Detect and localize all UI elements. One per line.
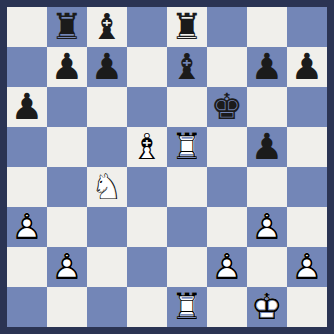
- white-pawn[interactable]: ♟︎♙︎: [287, 247, 327, 287]
- square-f5[interactable]: [207, 127, 247, 167]
- square-b4[interactable]: [47, 167, 87, 207]
- square-h1[interactable]: [287, 287, 327, 327]
- white-king[interactable]: ♚︎♔︎: [247, 287, 287, 327]
- knight-outline-glyph: ♘︎: [87, 167, 127, 207]
- pawn-outline-glyph: ♙︎: [7, 207, 47, 247]
- black-king[interactable]: ♚︎: [207, 87, 247, 127]
- square-h8[interactable]: [287, 7, 327, 47]
- pawn-glyph: ♟︎: [7, 87, 47, 127]
- square-b2[interactable]: ♟︎♙︎: [47, 247, 87, 287]
- square-c5[interactable]: [87, 127, 127, 167]
- pawn-outline-glyph: ♙︎: [287, 247, 327, 287]
- square-a5[interactable]: [7, 127, 47, 167]
- white-knight[interactable]: ♞︎♘︎: [87, 167, 127, 207]
- bishop-outline-glyph: ♗︎: [127, 127, 167, 167]
- black-pawn[interactable]: ♟︎: [87, 47, 127, 87]
- pawn-glyph: ♟︎: [47, 47, 87, 87]
- pawn-glyph: ♟︎: [247, 127, 287, 167]
- rook-outline-glyph: ♖︎: [167, 127, 207, 167]
- square-h2[interactable]: ♟︎♙︎: [287, 247, 327, 287]
- square-d5[interactable]: ♝︎♗︎: [127, 127, 167, 167]
- square-e1[interactable]: ♜︎♖︎: [167, 287, 207, 327]
- square-f3[interactable]: [207, 207, 247, 247]
- square-e3[interactable]: [167, 207, 207, 247]
- square-g4[interactable]: [247, 167, 287, 207]
- square-e2[interactable]: [167, 247, 207, 287]
- white-bishop[interactable]: ♝︎♗︎: [127, 127, 167, 167]
- king-glyph: ♚︎: [207, 87, 247, 127]
- square-g7[interactable]: ♟︎: [247, 47, 287, 87]
- square-e7[interactable]: ♝︎: [167, 47, 207, 87]
- square-f6[interactable]: ♚︎: [207, 87, 247, 127]
- square-a2[interactable]: [7, 247, 47, 287]
- pawn-glyph: ♟︎: [247, 47, 287, 87]
- square-h3[interactable]: [287, 207, 327, 247]
- square-a4[interactable]: [7, 167, 47, 207]
- square-g5[interactable]: ♟︎: [247, 127, 287, 167]
- bishop-glyph: ♝︎: [167, 47, 207, 87]
- square-c3[interactable]: [87, 207, 127, 247]
- square-f7[interactable]: [207, 47, 247, 87]
- board-grid: ♜︎♝︎♜︎♟︎♟︎♝︎♟︎♟︎♟︎♚︎♝︎♗︎♜︎♖︎♟︎♞︎♘︎♟︎♙︎♟︎…: [7, 7, 327, 327]
- square-e5[interactable]: ♜︎♖︎: [167, 127, 207, 167]
- square-a1[interactable]: [7, 287, 47, 327]
- square-c4[interactable]: ♞︎♘︎: [87, 167, 127, 207]
- pawn-glyph: ♟︎: [287, 47, 327, 87]
- square-b5[interactable]: [47, 127, 87, 167]
- square-g3[interactable]: ♟︎♙︎: [247, 207, 287, 247]
- square-a6[interactable]: ♟︎: [7, 87, 47, 127]
- square-a7[interactable]: [7, 47, 47, 87]
- square-c7[interactable]: ♟︎: [87, 47, 127, 87]
- white-pawn[interactable]: ♟︎♙︎: [7, 207, 47, 247]
- square-d3[interactable]: [127, 207, 167, 247]
- square-e6[interactable]: [167, 87, 207, 127]
- black-pawn[interactable]: ♟︎: [247, 127, 287, 167]
- square-e4[interactable]: [167, 167, 207, 207]
- rook-outline-glyph: ♖︎: [167, 287, 207, 327]
- white-rook[interactable]: ♜︎♖︎: [167, 127, 207, 167]
- square-a3[interactable]: ♟︎♙︎: [7, 207, 47, 247]
- square-f2[interactable]: ♟︎♙︎: [207, 247, 247, 287]
- square-c6[interactable]: [87, 87, 127, 127]
- square-a8[interactable]: [7, 7, 47, 47]
- king-outline-glyph: ♔︎: [247, 287, 287, 327]
- black-pawn[interactable]: ♟︎: [287, 47, 327, 87]
- square-e8[interactable]: ♜︎: [167, 7, 207, 47]
- square-b3[interactable]: [47, 207, 87, 247]
- square-d7[interactable]: [127, 47, 167, 87]
- chess-board: ♜︎♝︎♜︎♟︎♟︎♝︎♟︎♟︎♟︎♚︎♝︎♗︎♜︎♖︎♟︎♞︎♘︎♟︎♙︎♟︎…: [0, 0, 334, 334]
- square-b6[interactable]: [47, 87, 87, 127]
- square-h7[interactable]: ♟︎: [287, 47, 327, 87]
- square-b7[interactable]: ♟︎: [47, 47, 87, 87]
- black-pawn[interactable]: ♟︎: [47, 47, 87, 87]
- black-bishop[interactable]: ♝︎: [167, 47, 207, 87]
- black-rook[interactable]: ♜︎: [167, 7, 207, 47]
- square-d2[interactable]: [127, 247, 167, 287]
- white-pawn[interactable]: ♟︎♙︎: [47, 247, 87, 287]
- pawn-outline-glyph: ♙︎: [247, 207, 287, 247]
- square-d6[interactable]: [127, 87, 167, 127]
- pawn-glyph: ♟︎: [87, 47, 127, 87]
- black-pawn[interactable]: ♟︎: [7, 87, 47, 127]
- square-d8[interactable]: [127, 7, 167, 47]
- white-pawn[interactable]: ♟︎♙︎: [207, 247, 247, 287]
- pawn-outline-glyph: ♙︎: [47, 247, 87, 287]
- square-g6[interactable]: [247, 87, 287, 127]
- black-bishop[interactable]: ♝︎: [87, 7, 127, 47]
- square-b8[interactable]: ♜︎: [47, 7, 87, 47]
- square-c8[interactable]: ♝︎: [87, 7, 127, 47]
- pawn-outline-glyph: ♙︎: [207, 247, 247, 287]
- square-h6[interactable]: [287, 87, 327, 127]
- square-f4[interactable]: [207, 167, 247, 207]
- black-rook[interactable]: ♜︎: [47, 7, 87, 47]
- square-c2[interactable]: [87, 247, 127, 287]
- square-d4[interactable]: [127, 167, 167, 207]
- square-f1[interactable]: [207, 287, 247, 327]
- square-h5[interactable]: [287, 127, 327, 167]
- rook-glyph: ♜︎: [47, 7, 87, 47]
- white-rook[interactable]: ♜︎♖︎: [167, 287, 207, 327]
- square-b1[interactable]: [47, 287, 87, 327]
- square-h4[interactable]: [287, 167, 327, 207]
- rook-glyph: ♜︎: [167, 7, 207, 47]
- square-g8[interactable]: [247, 7, 287, 47]
- square-c1[interactable]: [87, 287, 127, 327]
- black-pawn[interactable]: ♟︎: [247, 47, 287, 87]
- bishop-glyph: ♝︎: [87, 7, 127, 47]
- square-g1[interactable]: ♚︎♔︎: [247, 287, 287, 327]
- square-d1[interactable]: [127, 287, 167, 327]
- square-g2[interactable]: [247, 247, 287, 287]
- square-f8[interactable]: [207, 7, 247, 47]
- white-pawn[interactable]: ♟︎♙︎: [247, 207, 287, 247]
